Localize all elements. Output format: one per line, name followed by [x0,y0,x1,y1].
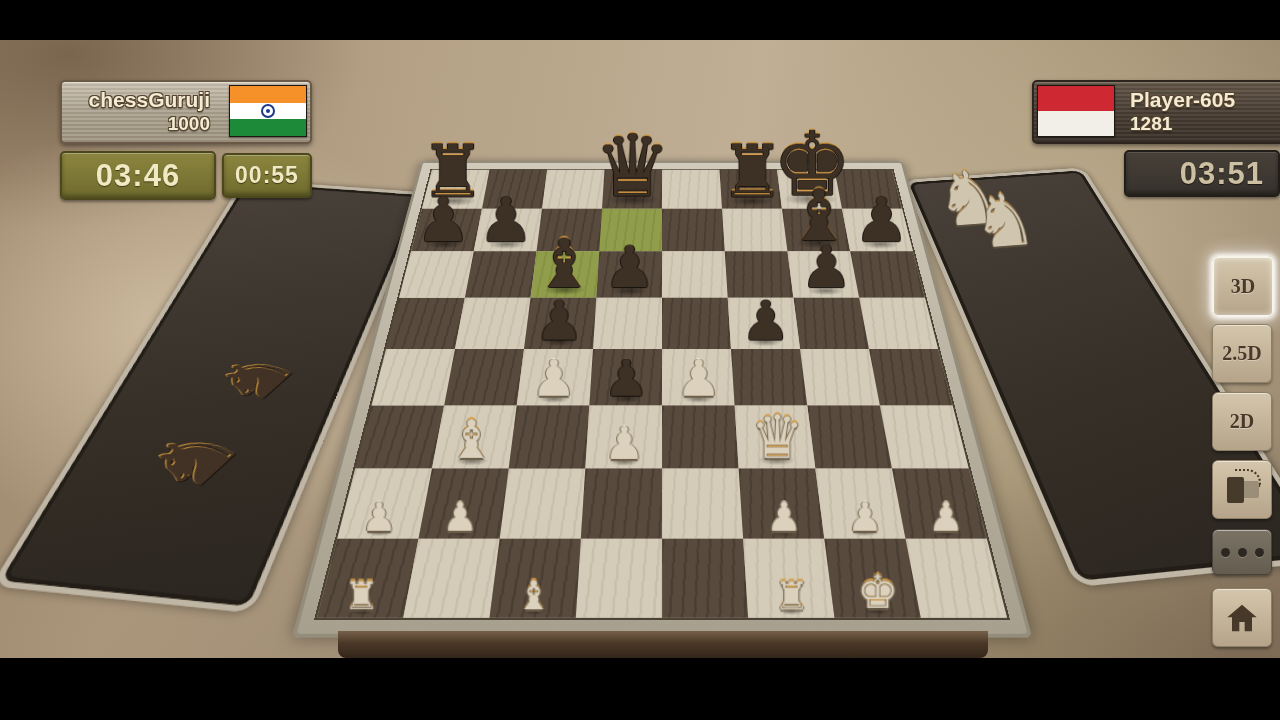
square-f4[interactable] [731,349,807,406]
white-pawn-c4: ♟ [531,355,576,403]
square-g5[interactable] [793,298,869,349]
captured-black-knight: ♞ [133,418,251,503]
table-plane: ♞♞ ♞♞ ♜♛♜♚♟♟♝♟♝♟♟♟♟♟♟♟♝♟♛♟♟♟♟♟♜♝♜♚ [317,170,1007,618]
white-queen-f3: ♛ [750,409,804,466]
captured-black-knight: ♞ [206,344,304,412]
square-a2[interactable]: ♟ [337,468,432,538]
square-f3[interactable]: ♛ [735,406,816,469]
square-c5[interactable]: ♟ [524,298,596,349]
more-options-button[interactable] [1212,529,1272,575]
square-c2[interactable] [500,468,586,538]
square-d4[interactable]: ♟ [589,349,662,406]
square-d5[interactable] [593,298,662,349]
square-b2[interactable]: ♟ [418,468,508,538]
white-pawn-h2: ♟ [927,498,963,536]
player-plate-right: Player-605 1281 [1032,80,1280,144]
square-e2[interactable] [662,468,743,538]
square-a4[interactable] [371,349,455,406]
square-e3[interactable] [662,406,739,469]
square-e6[interactable] [662,251,728,298]
game-screen: ♞♞ ♞♞ ♜♛♜♚♟♟♝♟♝♟♟♟♟♟♟♟♝♟♛♟♟♟♟♟♜♝♜♚ chess… [0,0,1280,720]
black-pawn-h7: ♟ [853,191,908,250]
square-e1[interactable] [662,539,748,618]
square-c4[interactable]: ♟ [517,349,593,406]
square-d2[interactable] [581,468,662,538]
square-d1[interactable] [576,539,662,618]
white-pawn-d3: ♟ [603,422,644,465]
square-a3[interactable] [355,406,444,469]
square-g6[interactable]: ♟ [787,251,859,298]
rotate-board-button[interactable] [1212,460,1272,519]
letterbox-top [0,0,1280,40]
white-bishop-c1: ♝ [515,576,551,614]
white-rook-a1: ♜ [344,578,379,615]
white-pawn-g2: ♟ [847,498,883,536]
white-pawn-b2: ♟ [442,498,478,536]
indonesia-flag [1037,85,1115,137]
square-f2[interactable]: ♟ [739,468,825,538]
square-e7[interactable] [662,209,725,252]
more-dots-icon [1221,548,1264,557]
clock-right-main: 03:51 [1124,150,1280,197]
player-name-right: Player-605 [1130,88,1235,112]
square-b5[interactable] [455,298,531,349]
white-pawn-e4: ♟ [676,355,721,403]
black-pawn-g6: ♟ [800,241,852,296]
player-name-left: chessGuruji [89,88,210,112]
square-g4[interactable] [800,349,880,406]
home-button[interactable] [1212,588,1272,647]
player-rating-right: 1281 [1130,113,1172,135]
rotate-board-icon [1224,472,1260,508]
black-pawn-b7: ♟ [478,191,533,250]
black-queen-d8: ♛ [594,125,671,207]
board-front-edge [338,631,988,658]
clock-left-secondary: 00:55 [222,153,312,198]
white-king-g1: ♚ [856,570,897,614]
square-b6[interactable] [465,251,537,298]
player-rating-left: 1000 [168,113,210,135]
chess-board: ♜♛♜♚♟♟♝♟♝♟♟♟♟♟♟♟♝♟♛♟♟♟♟♟♜♝♜♚ [317,170,1007,618]
square-f7[interactable] [722,209,787,252]
white-pawn-f2: ♟ [766,498,802,536]
black-pawn-d4: ♟ [603,355,648,403]
home-icon [1226,603,1258,633]
square-a5[interactable] [386,298,465,349]
square-g1[interactable]: ♚ [824,539,920,618]
square-d8[interactable]: ♛ [602,170,662,209]
white-pawn-a2: ♟ [361,498,397,536]
square-h4[interactable] [869,349,953,406]
square-c3[interactable] [509,406,590,469]
square-c1[interactable]: ♝ [490,539,581,618]
square-d6[interactable]: ♟ [596,251,662,298]
square-g2[interactable]: ♟ [815,468,905,538]
black-pawn-f5: ♟ [741,295,790,347]
square-e4[interactable]: ♟ [662,349,735,406]
square-f1[interactable]: ♜ [743,539,834,618]
square-f5[interactable]: ♟ [728,298,800,349]
square-h7[interactable]: ♟ [842,209,913,252]
square-b4[interactable] [444,349,524,406]
clock-left-main: 03:46 [60,151,216,200]
black-bishop-c6: ♝ [533,232,594,296]
black-pawn-d6: ♟ [603,241,655,296]
view-2-5d-button[interactable]: 2.5D [1212,324,1272,383]
ashoka-chakra-icon [261,104,275,118]
square-g3[interactable] [807,406,892,469]
black-pawn-a7: ♟ [415,191,470,250]
white-bishop-b3: ♝ [447,415,495,466]
captured-white-knight: ♞ [970,184,1039,258]
square-b7[interactable]: ♟ [474,209,542,252]
india-flag [229,85,307,137]
view-3d-button[interactable]: 3D [1212,256,1274,317]
square-b1[interactable] [403,539,499,618]
player-plate-left: chessGuruji 1000 [60,80,312,144]
square-a6[interactable] [399,251,474,298]
square-d3[interactable]: ♟ [585,406,662,469]
black-pawn-c5: ♟ [534,295,583,347]
white-rook-f1: ♜ [774,578,809,615]
view-2d-button[interactable]: 2D [1212,392,1272,451]
square-b3[interactable]: ♝ [432,406,517,469]
square-e5[interactable] [662,298,731,349]
square-h5[interactable] [859,298,938,349]
letterbox-bottom [0,658,1280,720]
square-a7[interactable]: ♟ [411,209,482,252]
square-h6[interactable] [850,251,925,298]
